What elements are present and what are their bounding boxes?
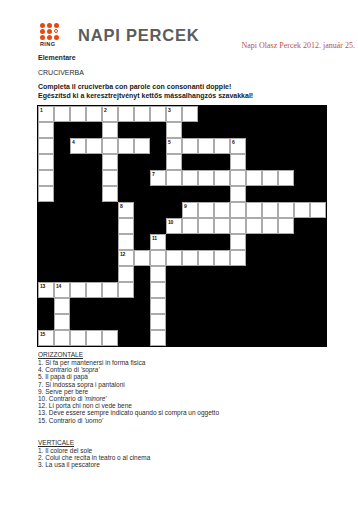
grid-cell-black — [70, 314, 86, 330]
grid-cell-white[interactable]: 3 — [166, 106, 182, 122]
grid-cell-black — [54, 234, 70, 250]
down-heading: VERTICALE — [38, 439, 150, 446]
grid-cell-black — [134, 266, 150, 282]
grid-cell-white[interactable]: 11 — [150, 234, 166, 250]
grid-cell-black — [294, 330, 310, 346]
grid-cell-black — [118, 298, 134, 314]
grid-cell-white[interactable] — [102, 282, 118, 298]
grid-cell-black — [214, 186, 230, 202]
grid-cell-black — [86, 250, 102, 266]
grid-cell-black — [198, 234, 214, 250]
grid-cell-white[interactable] — [150, 298, 166, 314]
grid-cell-white[interactable]: 10 — [166, 218, 182, 234]
grid-cell-black — [310, 298, 326, 314]
grid-cell-black — [118, 314, 134, 330]
grid-cell-black — [198, 186, 214, 202]
grid-cell-white[interactable] — [230, 202, 246, 218]
grid-cell-black — [70, 266, 86, 282]
grid-cell-black — [294, 122, 310, 138]
grid-cell-black — [70, 186, 86, 202]
clue-across-9: 9. Serve per bere — [38, 388, 219, 395]
grid-cell-white[interactable]: 8 — [118, 202, 134, 218]
grid-cell-white[interactable] — [118, 282, 134, 298]
grid-cell-black — [134, 218, 150, 234]
clue-across-7: 7. Si indossa sopra i pantaloni — [38, 381, 219, 388]
grid-cell-black — [118, 154, 134, 170]
grid-cell-black — [198, 330, 214, 346]
grid-cell-black — [246, 234, 262, 250]
grid-cell-white[interactable] — [166, 170, 182, 186]
grid-cell-white[interactable] — [230, 234, 246, 250]
grid-cell-black — [230, 266, 246, 282]
grid-cell-white[interactable] — [150, 106, 166, 122]
grid-cell-white[interactable] — [134, 138, 150, 154]
cell-number: 7 — [152, 171, 154, 177]
grid-cell-black — [278, 330, 294, 346]
grid-cell-black — [214, 266, 230, 282]
grid-cell-white[interactable] — [102, 170, 118, 186]
grid-cell-black — [134, 234, 150, 250]
grid-cell-black — [86, 314, 102, 330]
grid-cell-white[interactable] — [214, 138, 230, 154]
grid-cell-black — [294, 138, 310, 154]
clue-across-13: 13. Deve essere sempre indicato quando s… — [38, 409, 219, 416]
grid-cell-black — [262, 298, 278, 314]
grid-cell-white[interactable] — [102, 186, 118, 202]
clue-text: 9. Serve per bere — [38, 388, 88, 395]
cell-number: 11 — [152, 235, 157, 241]
grid-cell-black — [262, 234, 278, 250]
grid-cell-black — [86, 218, 102, 234]
clue-text: 2. Colui che recita in teatro o al cinem… — [38, 454, 150, 461]
grid-cell-white[interactable] — [214, 202, 230, 218]
instruction-italian: Completa il cruciverba con parole con co… — [38, 83, 253, 92]
grid-cell-white[interactable] — [230, 170, 246, 186]
grid-cell-black — [38, 218, 54, 234]
grid-cell-white[interactable] — [150, 250, 166, 266]
grid-cell-white[interactable] — [214, 250, 230, 266]
grid-cell-white[interactable] — [38, 186, 54, 202]
grid-cell-black — [262, 106, 278, 122]
grid-cell-white[interactable] — [166, 250, 182, 266]
grid-cell-black — [182, 330, 198, 346]
grid-cell-white[interactable] — [278, 218, 294, 234]
grid-cell-white[interactable]: 13 — [38, 282, 54, 298]
grid-cell-white[interactable] — [54, 314, 70, 330]
grid-cell-white[interactable] — [262, 202, 278, 218]
grid-cell-black — [294, 106, 310, 122]
grid-cell-white[interactable] — [102, 154, 118, 170]
cell-number: 12 — [120, 251, 125, 257]
grid-cell-black — [150, 154, 166, 170]
grid-cell-black — [310, 154, 326, 170]
grid-cell-black — [262, 282, 278, 298]
ring-dot-icon — [54, 29, 58, 33]
instructions: Completa il cruciverba con parole con co… — [38, 83, 253, 100]
grid-cell-white[interactable] — [182, 170, 198, 186]
grid-cell-white[interactable] — [54, 330, 70, 346]
cell-number: 14 — [56, 283, 61, 289]
grid-cell-black — [182, 314, 198, 330]
grid-cell-white[interactable] — [230, 218, 246, 234]
grid-cell-white[interactable] — [182, 218, 198, 234]
grid-cell-black — [54, 138, 70, 154]
grid-cell-black — [118, 122, 134, 138]
grid-cell-black — [38, 298, 54, 314]
clue-text: 4. Contrario di — [38, 366, 81, 373]
grid-cell-black — [86, 266, 102, 282]
cell-number: 13 — [40, 283, 45, 289]
grid-cell-black — [262, 154, 278, 170]
grid-cell-white[interactable] — [54, 298, 70, 314]
grid-cell-white[interactable]: 12 — [118, 250, 134, 266]
grid-cell-black — [150, 186, 166, 202]
grid-cell-white[interactable] — [150, 266, 166, 282]
grid-cell-white[interactable]: 6 — [230, 138, 246, 154]
grid-cell-white[interactable] — [86, 106, 102, 122]
cell-number: 1 — [40, 107, 42, 113]
clue-down-1: 1. Il colore del sole — [38, 447, 150, 454]
grid-cell-white[interactable] — [38, 122, 54, 138]
grid-cell-white[interactable] — [246, 170, 262, 186]
grid-cell-black — [86, 234, 102, 250]
grid-cell-black — [118, 170, 134, 186]
grid-cell-black — [70, 122, 86, 138]
grid-cell-black — [118, 330, 134, 346]
clue-across-1: 1. Si fa per mantenersi in forma fisica — [38, 359, 219, 366]
grid-cell-black — [230, 122, 246, 138]
grid-cell-white[interactable] — [246, 202, 262, 218]
clue-text: 13. Deve essere sempre indicato quando s… — [38, 409, 219, 416]
grid-cell-black — [262, 122, 278, 138]
grid-cell-black — [86, 154, 102, 170]
grid-cell-white[interactable] — [198, 218, 214, 234]
grid-cell-black — [134, 314, 150, 330]
grid-cell-black — [182, 154, 198, 170]
grid-cell-black — [54, 218, 70, 234]
grid-cell-white[interactable] — [102, 122, 118, 138]
grid-cell-black — [246, 122, 262, 138]
grid-cell-white[interactable] — [214, 218, 230, 234]
grid-cell-black — [278, 138, 294, 154]
grid-cell-black — [230, 330, 246, 346]
grid-cell-white[interactable] — [118, 218, 134, 234]
grid-cell-white[interactable] — [70, 106, 86, 122]
grid-cell-black — [38, 234, 54, 250]
grid-cell-black — [278, 250, 294, 266]
grid-cell-black — [150, 202, 166, 218]
grid-cell-black — [70, 154, 86, 170]
grid-cell-white[interactable]: 4 — [70, 138, 86, 154]
grid-cell-black — [150, 218, 166, 234]
cell-number: 10 — [168, 219, 173, 225]
issue-date: Napi Olasz Percek 2012. január 25. — [241, 41, 355, 50]
level-label: Elementare — [38, 54, 76, 61]
grid-cell-black — [166, 282, 182, 298]
grid-cell-white[interactable] — [118, 106, 134, 122]
grid-cell-white[interactable]: 1 — [38, 106, 54, 122]
grid-cell-black — [262, 266, 278, 282]
grid-cell-black — [198, 266, 214, 282]
cell-number: 5 — [168, 139, 170, 145]
grid-cell-white[interactable] — [166, 122, 182, 138]
grid-cell-white[interactable] — [86, 282, 102, 298]
grid-cell-white[interactable]: 15 — [38, 330, 54, 346]
grid-cell-black — [198, 282, 214, 298]
grid-cell-black — [262, 186, 278, 202]
clue-text: 5. Il papà di papà — [38, 373, 88, 380]
grid-cell-white[interactable] — [70, 330, 86, 346]
grid-cell-black — [54, 250, 70, 266]
grid-cell-white[interactable] — [230, 250, 246, 266]
grid-cell-black — [182, 298, 198, 314]
grid-cell-black — [278, 266, 294, 282]
grid-cell-black — [54, 266, 70, 282]
grid-cell-black — [38, 250, 54, 266]
grid-cell-black — [310, 218, 326, 234]
grid-cell-black — [54, 170, 70, 186]
grid-cell-black — [182, 266, 198, 282]
grid-cell-white[interactable] — [230, 154, 246, 170]
grid-cell-black — [310, 314, 326, 330]
grid-cell-black — [182, 186, 198, 202]
clue-across-4: 4. Contrario di 'sopra' — [38, 366, 219, 373]
grid-cell-white[interactable] — [150, 330, 166, 346]
grid-cell-white[interactable] — [214, 170, 230, 186]
grid-cell-white[interactable] — [278, 170, 294, 186]
grid-cell-black — [150, 138, 166, 154]
crossword-grid: 123456789101112131415 — [37, 105, 327, 347]
grid-cell-black — [54, 202, 70, 218]
grid-cell-white[interactable]: 14 — [54, 282, 70, 298]
grid-cell-black — [278, 298, 294, 314]
grid-cell-black — [134, 282, 150, 298]
grid-cell-black — [70, 234, 86, 250]
grid-cell-white[interactable] — [118, 266, 134, 282]
grid-cell-white[interactable] — [38, 170, 54, 186]
grid-cell-black — [230, 106, 246, 122]
clue-text: 1. Si fa per mantenersi in forma fisica — [38, 359, 145, 366]
grid-cell-black — [182, 234, 198, 250]
grid-cell-black — [166, 314, 182, 330]
clue-down-2: 2. Colui che recita in teatro o al cinem… — [38, 454, 150, 461]
grid-cell-black — [246, 138, 262, 154]
grid-cell-black — [102, 314, 118, 330]
grid-cell-black — [278, 122, 294, 138]
grid-cell-white[interactable] — [134, 106, 150, 122]
grid-cell-white[interactable] — [246, 218, 262, 234]
ring-logo-text: RING — [40, 41, 74, 47]
grid-cell-black — [166, 266, 182, 282]
worksheet-page: RING NAPI PERCEK Napi Olasz Percek 2012.… — [0, 0, 358, 507]
grid-cell-black — [198, 154, 214, 170]
grid-cell-black — [166, 234, 182, 250]
grid-cell-black — [70, 298, 86, 314]
grid-cell-black — [294, 186, 310, 202]
grid-cell-black — [102, 218, 118, 234]
grid-cell-black — [102, 298, 118, 314]
grid-cell-white[interactable] — [262, 170, 278, 186]
grid-cell-black — [54, 186, 70, 202]
grid-cell-black — [310, 122, 326, 138]
grid-cell-black — [166, 186, 182, 202]
grid-cell-white[interactable] — [118, 234, 134, 250]
grid-cell-white[interactable] — [38, 154, 54, 170]
grid-cell-black — [246, 266, 262, 282]
grid-cell-black — [278, 154, 294, 170]
cell-number: 8 — [120, 203, 122, 209]
grid-cell-black — [214, 282, 230, 298]
grid-cell-black — [294, 170, 310, 186]
grid-cell-black — [134, 202, 150, 218]
grid-cell-white[interactable] — [198, 138, 214, 154]
clue-text: 15. Contrario di — [38, 417, 84, 424]
grid-cell-white[interactable] — [182, 106, 198, 122]
grid-cell-black — [278, 234, 294, 250]
cell-number: 15 — [40, 331, 45, 337]
grid-cell-black — [278, 106, 294, 122]
grid-cell-white[interactable] — [198, 250, 214, 266]
grid-cell-black — [166, 202, 182, 218]
grid-cell-white[interactable] — [278, 202, 294, 218]
grid-cell-black — [294, 298, 310, 314]
grid-cell-black — [294, 154, 310, 170]
ring-logo-dots-icon — [40, 23, 60, 40]
grid-cell-black — [166, 298, 182, 314]
cell-number: 3 — [168, 107, 170, 113]
grid-cell-white[interactable] — [310, 202, 326, 218]
grid-cell-black — [310, 266, 326, 282]
grid-cell-white[interactable] — [262, 218, 278, 234]
grid-cell-black — [294, 218, 310, 234]
grid-cell-black — [310, 234, 326, 250]
grid-cell-black — [38, 314, 54, 330]
grid-cell-black — [214, 298, 230, 314]
grid-cell-white[interactable] — [150, 314, 166, 330]
grid-cell-white[interactable] — [102, 138, 118, 154]
cell-number: 4 — [72, 139, 74, 145]
grid-cell-black — [246, 282, 262, 298]
grid-cell-black — [70, 202, 86, 218]
grid-cell-black — [54, 154, 70, 170]
grid-cell-black — [262, 314, 278, 330]
grid-cell-black — [294, 282, 310, 298]
across-heading: ORIZZONTALE — [38, 351, 219, 358]
grid-cell-black — [230, 298, 246, 314]
grid-cell-black — [86, 202, 102, 218]
instruction-hungarian: Egészítsd ki a keresztrejtvényt kettős m… — [38, 92, 253, 101]
ring-logo: RING — [40, 23, 74, 47]
grid-cell-white[interactable]: 5 — [166, 138, 182, 154]
grid-cell-black — [118, 186, 134, 202]
grid-cell-black — [310, 170, 326, 186]
grid-cell-black — [182, 122, 198, 138]
grid-cell-black — [262, 138, 278, 154]
clue-down-3: 3. La usa il pescatore — [38, 461, 150, 468]
clue-across-10: 10. Contrario di 'minore' — [38, 395, 219, 402]
grid-cell-white[interactable] — [70, 282, 86, 298]
grid-cell-black — [246, 186, 262, 202]
grid-cell-white[interactable] — [102, 330, 118, 346]
clue-across-12: 12. Li porta chi non ci vede bene — [38, 402, 219, 409]
grid-cell-black — [38, 266, 54, 282]
grid-cell-white[interactable] — [198, 202, 214, 218]
grid-cell-black — [102, 234, 118, 250]
grid-cell-black — [262, 330, 278, 346]
grid-cell-white[interactable] — [182, 250, 198, 266]
grid-cell-black — [214, 122, 230, 138]
grid-cell-black — [86, 298, 102, 314]
grid-cell-white[interactable]: 9 — [182, 202, 198, 218]
grid-cell-black — [310, 282, 326, 298]
grid-cell-black — [310, 138, 326, 154]
grid-cell-white[interactable] — [54, 106, 70, 122]
grid-cell-black — [214, 234, 230, 250]
grid-cell-black — [246, 330, 262, 346]
grid-cell-black — [310, 106, 326, 122]
clue-italic-word: 'sopra' — [81, 366, 100, 373]
grid-cell-white[interactable]: 7 — [150, 170, 166, 186]
grid-cell-white[interactable] — [134, 250, 150, 266]
clue-text: 10. Contrario di — [38, 395, 84, 402]
across-clues: ORIZZONTALE 1. Si fa per mantenersi in f… — [38, 351, 219, 424]
cell-number: 2 — [104, 107, 106, 113]
grid-cell-black — [198, 122, 214, 138]
grid-cell-black — [262, 250, 278, 266]
grid-cell-white[interactable] — [150, 282, 166, 298]
grid-cell-black — [70, 170, 86, 186]
down-clues: VERTICALE 1. Il colore del sole2. Colui … — [38, 439, 150, 469]
grid-cell-black — [246, 154, 262, 170]
grid-cell-black — [54, 122, 70, 138]
grid-cell-black — [166, 330, 182, 346]
grid-cell-black — [198, 314, 214, 330]
grid-cell-black — [86, 122, 102, 138]
grid-cell-black — [246, 106, 262, 122]
grid-cell-black — [198, 106, 214, 122]
grid-cell-white[interactable]: 2 — [102, 106, 118, 122]
grid-cell-black — [70, 250, 86, 266]
grid-cell-black — [38, 202, 54, 218]
grid-cell-black — [214, 314, 230, 330]
grid-cell-white[interactable] — [294, 202, 310, 218]
grid-cell-white[interactable] — [118, 138, 134, 154]
grid-cell-black — [278, 186, 294, 202]
grid-cell-white[interactable] — [230, 186, 246, 202]
grid-cell-white[interactable] — [86, 138, 102, 154]
clue-across-5: 5. Il papà di papà — [38, 373, 219, 380]
grid-cell-black — [134, 170, 150, 186]
grid-cell-black — [278, 314, 294, 330]
clue-text: 3. La usa il pescatore — [38, 461, 100, 468]
grid-cell-black — [134, 330, 150, 346]
clue-text: 7. Si indossa sopra i pantaloni — [38, 381, 125, 388]
grid-cell-black — [214, 154, 230, 170]
grid-cell-black — [278, 282, 294, 298]
grid-cell-white[interactable] — [86, 330, 102, 346]
grid-cell-white[interactable] — [198, 170, 214, 186]
section-label: CRUCIVERBA — [38, 69, 84, 76]
grid-cell-white[interactable] — [166, 154, 182, 170]
grid-cell-black — [86, 170, 102, 186]
grid-cell-white[interactable] — [182, 138, 198, 154]
grid-cell-black — [134, 154, 150, 170]
cell-number: 6 — [232, 139, 234, 145]
grid-cell-white[interactable] — [38, 138, 54, 154]
grid-cell-black — [134, 298, 150, 314]
grid-cell-black — [246, 298, 262, 314]
grid-cell-black — [134, 122, 150, 138]
